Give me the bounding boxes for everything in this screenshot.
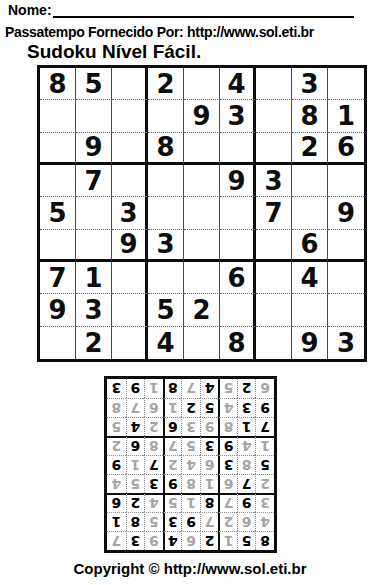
solution-cell-r4c7: 3 [144, 474, 163, 493]
solution-cell-r8c1: 9 [255, 398, 274, 417]
cell-r8c3[interactable] [112, 294, 148, 326]
solution-cell-r3c7: 4 [144, 493, 163, 512]
solution-cell-r3c4: 8 [200, 493, 219, 512]
cell-r4c1[interactable] [40, 165, 76, 197]
solution-cell-r2c3: 2 [218, 512, 237, 531]
solution-cell-r7c4: 9 [200, 417, 219, 436]
solution-cell-r3c2: 9 [237, 493, 256, 512]
cell-r5c8[interactable] [292, 197, 328, 229]
cell-r1c9[interactable] [328, 68, 364, 100]
solution-cell-r2c4: 7 [200, 512, 219, 531]
cell-r6c9[interactable] [328, 230, 364, 262]
solution-cell-r3c3: 7 [218, 493, 237, 512]
cell-r2c6[interactable]: 3 [220, 100, 256, 132]
name-row: Nome: [8, 2, 354, 18]
cell-r2c1[interactable] [40, 100, 76, 132]
solution-cell-r6c1: 1 [255, 436, 274, 455]
cell-r8c2[interactable]: 3 [76, 294, 112, 326]
cell-r3c8[interactable]: 2 [292, 133, 328, 165]
solution-cell-r5c3: 3 [218, 455, 237, 474]
cell-r7c1[interactable]: 7 [40, 262, 76, 294]
cell-r6c2[interactable] [76, 230, 112, 262]
solution-cell-r9c6: 8 [163, 379, 182, 398]
cell-r6c7[interactable] [256, 230, 292, 262]
solution-cell-r1c7: 9 [144, 531, 163, 550]
cell-r7c6[interactable]: 6 [220, 262, 256, 294]
solution-cell-r6c7: 8 [144, 436, 163, 455]
solution-cell-r8c5: 2 [181, 398, 200, 417]
cell-r2c8[interactable]: 8 [292, 100, 328, 132]
solution-cell-r2c1: 4 [255, 512, 274, 531]
solution-cell-r9c8: 9 [126, 379, 145, 398]
cell-r5c3[interactable]: 3 [112, 197, 148, 229]
cell-r4c7[interactable]: 3 [256, 165, 292, 197]
cell-r4c6[interactable]: 9 [220, 165, 256, 197]
solution-cell-r4c8: 5 [126, 474, 145, 493]
cell-r8c8[interactable] [292, 294, 328, 326]
solution-cell-r9c2: 2 [237, 379, 256, 398]
cell-r1c3[interactable] [112, 68, 148, 100]
solution-cell-r7c5: 3 [181, 417, 200, 436]
cell-r4c5[interactable] [184, 165, 220, 197]
solution-cell-r8c4: 5 [200, 398, 219, 417]
cell-r5c2[interactable] [76, 197, 112, 229]
cell-r7c9[interactable] [328, 262, 364, 294]
cell-r6c6[interactable] [220, 230, 256, 262]
cell-r1c5[interactable] [184, 68, 220, 100]
name-field-line[interactable] [53, 2, 354, 18]
cell-r9c4[interactable]: 4 [148, 327, 184, 359]
provider-line: Passatempo Fornecido Por: http://www.sol… [5, 24, 379, 40]
cell-r9c7[interactable] [256, 327, 292, 359]
cell-r2c9[interactable]: 1 [328, 100, 364, 132]
solution-cell-r5c8: 1 [126, 455, 145, 474]
cell-r3c5[interactable] [184, 133, 220, 165]
solution-cell-r4c2: 7 [237, 474, 256, 493]
solution-cell-r4c3: 6 [218, 474, 237, 493]
cell-r9c3[interactable] [112, 327, 148, 359]
cell-r4c9[interactable] [328, 165, 364, 197]
cell-r9c6[interactable]: 8 [220, 327, 256, 359]
cell-r7c4[interactable] [148, 262, 184, 294]
cell-r2c3[interactable] [112, 100, 148, 132]
solution-cell-r9c7: 1 [144, 379, 163, 398]
solution-cell-r7c6: 6 [163, 417, 182, 436]
solution-cell-r9c3: 5 [218, 379, 237, 398]
solution-cell-r4c6: 9 [163, 474, 182, 493]
cell-r8c1[interactable]: 9 [40, 294, 76, 326]
cell-r4c8[interactable] [292, 165, 328, 197]
cell-r8c4[interactable]: 5 [148, 294, 184, 326]
solution-cell-r4c4: 1 [200, 474, 219, 493]
cell-r8c9[interactable] [328, 294, 364, 326]
cell-r3c4[interactable]: 8 [148, 133, 184, 165]
cell-r9c9[interactable]: 3 [328, 327, 364, 359]
solution-cell-r5c7: 7 [144, 455, 163, 474]
solution-cell-r4c5: 8 [181, 474, 200, 493]
cell-r7c5[interactable] [184, 262, 220, 294]
cell-r7c2[interactable]: 1 [76, 262, 112, 294]
cell-r1c2[interactable]: 5 [76, 68, 112, 100]
solution-cell-r8c9: 8 [107, 398, 126, 417]
solution-cell-r3c8: 2 [126, 493, 145, 512]
cell-r2c4[interactable] [148, 100, 184, 132]
solution-cell-r2c5: 9 [181, 512, 200, 531]
solution-cell-r9c9: 3 [107, 379, 126, 398]
solution-cell-r8c7: 6 [144, 398, 163, 417]
solution-cell-r9c5: 7 [181, 379, 200, 398]
solution-cell-r7c9: 5 [107, 417, 126, 436]
solution-cell-r6c5: 5 [181, 436, 200, 455]
cell-r7c3[interactable] [112, 262, 148, 294]
sudoku-solution-grid-rotated: 8512649374627935813978154262761893545836… [104, 376, 277, 553]
cell-r1c4[interactable]: 2 [148, 68, 184, 100]
solution-cell-r4c1: 2 [255, 474, 274, 493]
solution-cell-r6c8: 6 [126, 436, 145, 455]
solution-cell-r8c6: 1 [163, 398, 182, 417]
cell-r2c5[interactable]: 9 [184, 100, 220, 132]
solution-cell-r6c6: 7 [163, 436, 182, 455]
solution-cell-r1c6: 4 [163, 531, 182, 550]
solution-cell-r5c1: 5 [255, 455, 274, 474]
solution-cell-r1c3: 1 [218, 531, 237, 550]
solution-cell-r6c9: 2 [107, 436, 126, 455]
solution-cell-r3c5: 1 [181, 493, 200, 512]
solution-cell-r5c9: 9 [107, 455, 126, 474]
cell-r6c4[interactable]: 3 [148, 230, 184, 262]
solution-cell-r7c7: 2 [144, 417, 163, 436]
cell-r8c6[interactable] [220, 294, 256, 326]
solution-cell-r2c7: 5 [144, 512, 163, 531]
solution-cell-r9c4: 4 [200, 379, 219, 398]
solution-cell-r1c4: 2 [200, 531, 219, 550]
solution-cell-r6c3: 9 [218, 436, 237, 455]
cell-r2c7[interactable] [256, 100, 292, 132]
cell-r5c7[interactable]: 7 [256, 197, 292, 229]
solution-cell-r7c1: 7 [255, 417, 274, 436]
solution-cell-r6c4: 3 [200, 436, 219, 455]
cell-r4c3[interactable] [112, 165, 148, 197]
solution-cell-r6c2: 4 [237, 436, 256, 455]
solution-cell-r1c5: 6 [181, 531, 200, 550]
cell-r1c7[interactable] [256, 68, 292, 100]
solution-cell-r3c6: 5 [163, 493, 182, 512]
solution-cell-r7c8: 4 [126, 417, 145, 436]
cell-r6c5[interactable] [184, 230, 220, 262]
cell-r9c2[interactable]: 2 [76, 327, 112, 359]
cell-r2c2[interactable] [76, 100, 112, 132]
solution-cell-r2c9: 1 [107, 512, 126, 531]
cell-r5c1[interactable]: 5 [40, 197, 76, 229]
solution-cell-r3c9: 6 [107, 493, 126, 512]
cell-r5c6[interactable] [220, 197, 256, 229]
solution-cell-r8c3: 4 [218, 398, 237, 417]
cell-r9c1[interactable] [40, 327, 76, 359]
cell-r1c8[interactable]: 3 [292, 68, 328, 100]
cell-r5c4[interactable] [148, 197, 184, 229]
cell-r6c3[interactable]: 9 [112, 230, 148, 262]
cell-r3c1[interactable] [40, 133, 76, 165]
cell-r3c6[interactable] [220, 133, 256, 165]
solution-cell-r3c1: 3 [255, 493, 274, 512]
cell-r1c6[interactable]: 4 [220, 68, 256, 100]
solution-cell-r2c2: 6 [237, 512, 256, 531]
cell-r5c9[interactable]: 9 [328, 197, 364, 229]
solution-cell-r7c3: 8 [218, 417, 237, 436]
sudoku-puzzle-grid: 852439381982679353799367164935224893 [37, 65, 367, 362]
cell-r6c8[interactable]: 6 [292, 230, 328, 262]
solution-cell-r8c2: 3 [237, 398, 256, 417]
cell-r8c7[interactable] [256, 294, 292, 326]
cell-r3c2[interactable]: 9 [76, 133, 112, 165]
cell-r3c3[interactable] [112, 133, 148, 165]
cell-r7c7[interactable] [256, 262, 292, 294]
solution-cell-r2c6: 3 [163, 512, 182, 531]
cell-r3c9[interactable]: 6 [328, 133, 364, 165]
solution-cell-r1c9: 7 [107, 531, 126, 550]
cell-r1c1[interactable]: 8 [40, 68, 76, 100]
cell-r8c5[interactable]: 2 [184, 294, 220, 326]
cell-r7c8[interactable]: 4 [292, 262, 328, 294]
solution-cell-r5c2: 8 [237, 455, 256, 474]
cell-r9c5[interactable] [184, 327, 220, 359]
solution-cell-r2c8: 8 [126, 512, 145, 531]
copyright-line: Copyright © http://www.sol.eti.br [0, 560, 380, 577]
solution-cell-r5c4: 6 [200, 455, 219, 474]
cell-r6c1[interactable] [40, 230, 76, 262]
cell-r5c5[interactable] [184, 197, 220, 229]
solution-cell-r8c8: 7 [126, 398, 145, 417]
solution-cell-r7c2: 1 [237, 417, 256, 436]
solution-cell-r5c5: 4 [181, 455, 200, 474]
page-title: Sudoku Nível Fácil. [27, 41, 201, 63]
cell-r3c7[interactable] [256, 133, 292, 165]
name-label: Nome: [8, 2, 52, 18]
solution-cell-r9c1: 6 [255, 379, 274, 398]
cell-r9c8[interactable]: 9 [292, 327, 328, 359]
cell-r4c2[interactable]: 7 [76, 165, 112, 197]
cell-r4c4[interactable] [148, 165, 184, 197]
solution-cell-r5c6: 2 [163, 455, 182, 474]
solution-cell-r1c1: 8 [255, 531, 274, 550]
solution-cell-r1c2: 5 [237, 531, 256, 550]
solution-cell-r1c8: 3 [126, 531, 145, 550]
solution-cell-r4c9: 4 [107, 474, 126, 493]
